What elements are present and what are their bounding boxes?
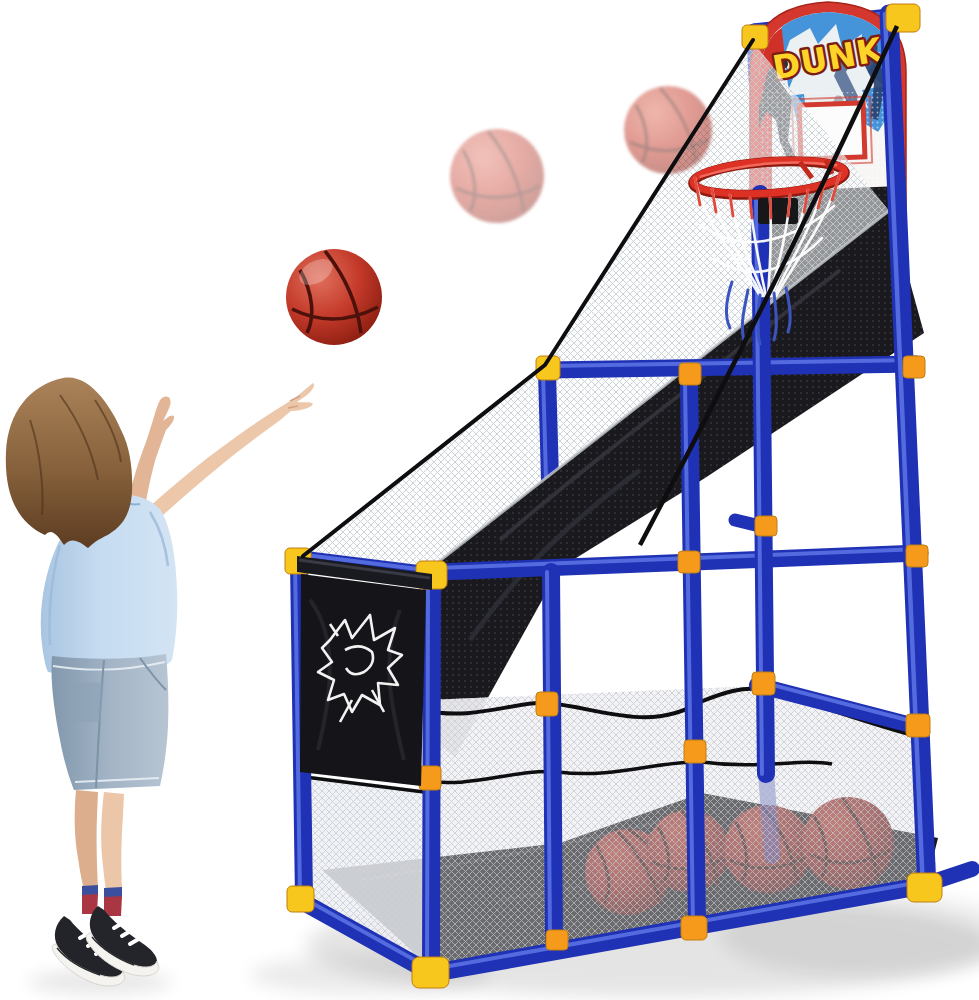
front-panel [297, 556, 432, 786]
front-leg [101, 792, 124, 890]
flying-ball-3 [624, 86, 712, 174]
scene-canvas: DUNK [0, 0, 979, 1000]
sock-front [104, 896, 122, 916]
flying-ball-1 [286, 249, 382, 345]
product-photo: DUNK [0, 0, 979, 1000]
flying-ball-2 [450, 129, 544, 223]
frame-pipe-mid-left [543, 372, 550, 480]
